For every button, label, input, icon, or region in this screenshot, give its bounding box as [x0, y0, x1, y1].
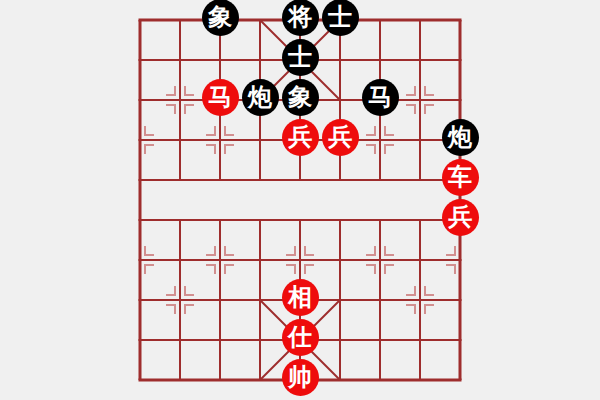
board-point: 士: [280, 40, 320, 80]
board-point: 车: [440, 160, 480, 200]
red-horse[interactable]: 马: [202, 79, 239, 116]
red-chariot[interactable]: 车: [442, 159, 479, 196]
black-elephant[interactable]: 象: [202, 0, 239, 36]
black-general[interactable]: 将: [282, 0, 319, 36]
board-point: 炮: [240, 80, 280, 120]
red-advisor[interactable]: 仕: [282, 319, 319, 356]
board-point: 象: [280, 80, 320, 120]
red-soldier[interactable]: 兵: [282, 119, 319, 156]
red-soldier[interactable]: 兵: [442, 199, 479, 236]
red-soldier[interactable]: 兵: [322, 119, 359, 156]
board-point: 帅: [280, 360, 320, 400]
xiangqi-board: 象将士士马炮象马兵兵炮车兵相仕帅: [0, 0, 600, 400]
board-point: 将: [280, 0, 320, 40]
board-point: 兵: [280, 120, 320, 160]
board-point: 士: [320, 0, 360, 40]
board-point: 兵: [320, 120, 360, 160]
board-point: 马: [360, 80, 400, 120]
black-horse[interactable]: 马: [362, 79, 399, 116]
board-point: 相: [280, 280, 320, 320]
black-elephant[interactable]: 象: [282, 79, 319, 116]
board-grid: 象将士士马炮象马兵兵炮车兵相仕帅: [120, 0, 480, 400]
board-point: 兵: [440, 200, 480, 240]
board-point: 炮: [440, 120, 480, 160]
black-cannon[interactable]: 炮: [442, 119, 479, 156]
black-cannon[interactable]: 炮: [242, 79, 279, 116]
board-point: 象: [200, 0, 240, 40]
black-advisor[interactable]: 士: [282, 39, 319, 76]
board-point: 马: [200, 80, 240, 120]
black-advisor[interactable]: 士: [322, 0, 359, 36]
red-general[interactable]: 帅: [282, 359, 319, 396]
board-point: 仕: [280, 320, 320, 360]
red-elephant[interactable]: 相: [282, 279, 319, 316]
